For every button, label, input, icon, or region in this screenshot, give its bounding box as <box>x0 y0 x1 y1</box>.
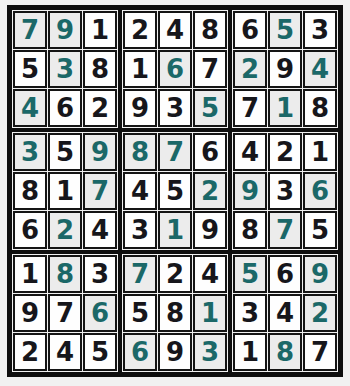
sudoku-cell-r1c9[interactable]: 3 <box>303 11 337 49</box>
sudoku-cell-r3c4[interactable]: 9 <box>123 89 157 127</box>
sudoku-cell-r5c3[interactable]: 7 <box>83 172 117 210</box>
sudoku-cell-r8c9[interactable]: 2 <box>303 294 337 332</box>
sudoku-cell-r3c5[interactable]: 3 <box>158 89 192 127</box>
sudoku-cell-r8c7[interactable]: 3 <box>233 294 267 332</box>
sudoku-cell-r4c3[interactable]: 9 <box>83 133 117 171</box>
sudoku-cell-r3c8[interactable]: 1 <box>268 89 302 127</box>
sudoku-cell-r2c5[interactable]: 6 <box>158 50 192 88</box>
sudoku-cell-r6c8[interactable]: 7 <box>268 211 302 249</box>
sudoku-cell-r8c2[interactable]: 7 <box>48 294 82 332</box>
sudoku-cell-r8c3[interactable]: 6 <box>83 294 117 332</box>
sudoku-cell-r7c6[interactable]: 4 <box>193 255 227 293</box>
sudoku-box-5: 876452319 <box>120 130 230 252</box>
sudoku-cell-r7c3[interactable]: 3 <box>83 255 117 293</box>
sudoku-cell-r2c3[interactable]: 8 <box>83 50 117 88</box>
sudoku-cell-r4c1[interactable]: 3 <box>13 133 47 171</box>
sudoku-box-1: 791538462 <box>10 8 120 130</box>
sudoku-cell-r5c4[interactable]: 4 <box>123 172 157 210</box>
sudoku-cell-r1c3[interactable]: 1 <box>83 11 117 49</box>
sudoku-cell-r5c6[interactable]: 2 <box>193 172 227 210</box>
sudoku-cell-r2c2[interactable]: 3 <box>48 50 82 88</box>
sudoku-cell-r7c9[interactable]: 9 <box>303 255 337 293</box>
sudoku-cell-r6c7[interactable]: 8 <box>233 211 267 249</box>
sudoku-cell-r8c6[interactable]: 1 <box>193 294 227 332</box>
sudoku-cell-r9c4[interactable]: 6 <box>123 333 157 371</box>
sudoku-cell-r9c2[interactable]: 4 <box>48 333 82 371</box>
sudoku-cell-r8c8[interactable]: 4 <box>268 294 302 332</box>
sudoku-cell-r1c5[interactable]: 4 <box>158 11 192 49</box>
sudoku-cell-r9c5[interactable]: 9 <box>158 333 192 371</box>
sudoku-cell-r1c2[interactable]: 9 <box>48 11 82 49</box>
sudoku-box-3: 653294718 <box>230 8 340 130</box>
sudoku-cell-r3c3[interactable]: 2 <box>83 89 117 127</box>
sudoku-cell-r3c6[interactable]: 5 <box>193 89 227 127</box>
sudoku-cell-r2c7[interactable]: 2 <box>233 50 267 88</box>
sudoku-cell-r6c4[interactable]: 3 <box>123 211 157 249</box>
sudoku-cell-r2c4[interactable]: 1 <box>123 50 157 88</box>
sudoku-cell-r4c6[interactable]: 6 <box>193 133 227 171</box>
sudoku-cell-r1c8[interactable]: 5 <box>268 11 302 49</box>
sudoku-box-4: 359817624 <box>10 130 120 252</box>
sudoku-cell-r8c5[interactable]: 8 <box>158 294 192 332</box>
sudoku-cell-r1c1[interactable]: 7 <box>13 11 47 49</box>
sudoku-cell-r9c1[interactable]: 2 <box>13 333 47 371</box>
sudoku-box-6: 421936875 <box>230 130 340 252</box>
sudoku-cell-r6c6[interactable]: 9 <box>193 211 227 249</box>
sudoku-box-9: 569342187 <box>230 252 340 374</box>
sudoku-cell-r3c9[interactable]: 8 <box>303 89 337 127</box>
sudoku-cell-r2c6[interactable]: 7 <box>193 50 227 88</box>
sudoku-cell-r9c3[interactable]: 5 <box>83 333 117 371</box>
sudoku-cell-r2c8[interactable]: 9 <box>268 50 302 88</box>
sudoku-board: 7915384622481679356532947183598176248764… <box>7 5 343 377</box>
sudoku-cell-r7c8[interactable]: 6 <box>268 255 302 293</box>
sudoku-cell-r3c1[interactable]: 4 <box>13 89 47 127</box>
sudoku-cell-r8c4[interactable]: 5 <box>123 294 157 332</box>
sudoku-cell-r4c9[interactable]: 1 <box>303 133 337 171</box>
sudoku-cell-r6c9[interactable]: 5 <box>303 211 337 249</box>
sudoku-box-7: 183976245 <box>10 252 120 374</box>
sudoku-cell-r5c5[interactable]: 5 <box>158 172 192 210</box>
sudoku-cell-r6c3[interactable]: 4 <box>83 211 117 249</box>
sudoku-cell-r5c1[interactable]: 8 <box>13 172 47 210</box>
sudoku-cell-r2c1[interactable]: 5 <box>13 50 47 88</box>
sudoku-cell-r1c6[interactable]: 8 <box>193 11 227 49</box>
sudoku-box-8: 724581693 <box>120 252 230 374</box>
sudoku-cell-r4c8[interactable]: 2 <box>268 133 302 171</box>
sudoku-cell-r9c8[interactable]: 8 <box>268 333 302 371</box>
sudoku-cell-r4c2[interactable]: 5 <box>48 133 82 171</box>
sudoku-cell-r4c5[interactable]: 7 <box>158 133 192 171</box>
sudoku-cell-r5c7[interactable]: 9 <box>233 172 267 210</box>
sudoku-cell-r4c7[interactable]: 4 <box>233 133 267 171</box>
sudoku-cell-r1c7[interactable]: 6 <box>233 11 267 49</box>
sudoku-cell-r7c4[interactable]: 7 <box>123 255 157 293</box>
sudoku-cell-r2c9[interactable]: 4 <box>303 50 337 88</box>
sudoku-cell-r7c7[interactable]: 5 <box>233 255 267 293</box>
sudoku-cell-r3c2[interactable]: 6 <box>48 89 82 127</box>
sudoku-cell-r7c2[interactable]: 8 <box>48 255 82 293</box>
sudoku-cell-r6c1[interactable]: 6 <box>13 211 47 249</box>
sudoku-cell-r5c2[interactable]: 1 <box>48 172 82 210</box>
sudoku-cell-r1c4[interactable]: 2 <box>123 11 157 49</box>
sudoku-cell-r3c7[interactable]: 7 <box>233 89 267 127</box>
sudoku-cell-r8c1[interactable]: 9 <box>13 294 47 332</box>
sudoku-cell-r9c7[interactable]: 1 <box>233 333 267 371</box>
sudoku-cell-r6c2[interactable]: 2 <box>48 211 82 249</box>
sudoku-cell-r5c8[interactable]: 3 <box>268 172 302 210</box>
sudoku-cell-r7c1[interactable]: 1 <box>13 255 47 293</box>
sudoku-cell-r4c4[interactable]: 8 <box>123 133 157 171</box>
sudoku-cell-r5c9[interactable]: 6 <box>303 172 337 210</box>
sudoku-cell-r9c6[interactable]: 3 <box>193 333 227 371</box>
sudoku-cell-r9c9[interactable]: 7 <box>303 333 337 371</box>
sudoku-box-2: 248167935 <box>120 8 230 130</box>
sudoku-cell-r7c5[interactable]: 2 <box>158 255 192 293</box>
sudoku-cell-r6c5[interactable]: 1 <box>158 211 192 249</box>
